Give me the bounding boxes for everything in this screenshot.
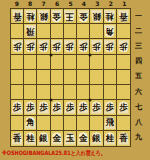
cell-1-8[interactable] xyxy=(117,116,130,131)
cell-6-4[interactable] xyxy=(51,55,64,70)
shogi-piece-歩-sente[interactable]: 歩 xyxy=(118,101,129,114)
cell-7-9[interactable]: 銀 xyxy=(37,131,50,146)
cell-4-1[interactable]: 金 xyxy=(77,9,90,24)
shogi-piece-歩-gote[interactable]: 歩 xyxy=(64,40,75,53)
cell-3-6[interactable] xyxy=(90,85,103,100)
file-label-5: 5 xyxy=(64,0,77,8)
cell-2-4[interactable] xyxy=(104,55,117,70)
shogi-piece-金-sente[interactable]: 金 xyxy=(78,132,89,145)
shogi-piece-金-sente[interactable]: 金 xyxy=(51,132,62,145)
cell-4-4[interactable] xyxy=(77,55,90,70)
rank-label-7: 七 xyxy=(131,99,146,114)
shogi-piece-桂-gote[interactable]: 桂 xyxy=(25,10,36,23)
cell-3-7[interactable]: 歩 xyxy=(90,100,103,115)
cell-9-9[interactable]: 香 xyxy=(11,131,24,146)
cell-2-9[interactable]: 桂 xyxy=(104,131,117,146)
file-label-7: 7 xyxy=(37,0,50,8)
cell-5-1[interactable]: 王 xyxy=(64,9,77,24)
cell-4-9[interactable]: 金 xyxy=(77,131,90,146)
shogi-piece-歩-gote[interactable]: 歩 xyxy=(38,40,49,53)
shogi-piece-歩-sente[interactable]: 歩 xyxy=(12,101,23,114)
cell-7-8[interactable] xyxy=(37,116,50,131)
shogi-piece-角-sente[interactable]: 角 xyxy=(25,116,36,129)
shogi-piece-香-gote[interactable]: 香 xyxy=(118,10,129,23)
cell-4-5[interactable] xyxy=(77,70,90,85)
cell-6-7[interactable]: 歩 xyxy=(51,100,64,115)
rank-label-5: 五 xyxy=(131,69,146,84)
cell-5-8[interactable] xyxy=(64,116,77,131)
cell-5-5[interactable] xyxy=(64,70,77,85)
shogi-piece-桂-sente[interactable]: 桂 xyxy=(25,132,36,145)
rank-label-9: 九 xyxy=(131,130,146,145)
cell-4-7[interactable]: 歩 xyxy=(77,100,90,115)
cell-3-9[interactable]: 銀 xyxy=(90,131,103,146)
cell-3-2[interactable] xyxy=(90,24,103,39)
shogi-piece-歩-gote[interactable]: 歩 xyxy=(104,40,115,53)
cell-9-1[interactable]: 香 xyxy=(11,9,24,24)
rank-label-3: 三 xyxy=(131,38,146,53)
shogi-piece-歩-gote[interactable]: 歩 xyxy=(25,40,36,53)
cell-3-3[interactable]: 歩 xyxy=(90,39,103,54)
shogi-piece-歩-sente[interactable]: 歩 xyxy=(91,101,102,114)
rank-label-1: 一 xyxy=(131,8,146,23)
cell-7-7[interactable]: 歩 xyxy=(37,100,50,115)
rank-label-2: 二 xyxy=(131,23,146,38)
file-label-3: 3 xyxy=(91,0,104,8)
cell-8-7[interactable]: 歩 xyxy=(24,100,37,115)
cell-4-3[interactable]: 歩 xyxy=(77,39,90,54)
shogi-piece-歩-gote[interactable]: 歩 xyxy=(12,40,23,53)
cell-8-2[interactable]: 飛 xyxy=(24,24,37,39)
file-label-2: 2 xyxy=(104,0,117,8)
cell-8-9[interactable]: 桂 xyxy=(24,131,37,146)
cell-6-8[interactable] xyxy=(51,116,64,131)
shogi-piece-香-sente[interactable]: 香 xyxy=(118,132,129,145)
cell-9-3[interactable]: 歩 xyxy=(11,39,24,54)
shogi-piece-角-gote[interactable]: 角 xyxy=(104,25,115,38)
cell-1-4[interactable] xyxy=(117,55,130,70)
cell-9-2[interactable] xyxy=(11,24,24,39)
cell-1-6[interactable] xyxy=(117,85,130,100)
cell-5-7[interactable]: 歩 xyxy=(64,100,77,115)
cell-4-2[interactable] xyxy=(77,24,90,39)
cell-8-4[interactable] xyxy=(24,55,37,70)
shogi-piece-香-gote[interactable]: 香 xyxy=(12,10,23,23)
cell-8-5[interactable] xyxy=(24,70,37,85)
cell-6-3[interactable]: 歩 xyxy=(51,39,64,54)
position-caption: ※OSHOGIBANGALA25.81と入れ替えろ。 xyxy=(2,149,122,157)
cell-7-2[interactable] xyxy=(37,24,50,39)
cell-6-5[interactable] xyxy=(51,70,64,85)
shogi-piece-王-gote[interactable]: 王 xyxy=(64,10,75,23)
shogi-piece-歩-sente[interactable]: 歩 xyxy=(104,101,115,114)
cell-5-2[interactable] xyxy=(64,24,77,39)
shogi-piece-歩-sente[interactable]: 歩 xyxy=(51,101,62,114)
shogi-piece-香-sente[interactable]: 香 xyxy=(12,132,23,145)
cell-1-1[interactable]: 香 xyxy=(117,9,130,24)
cell-9-7[interactable]: 歩 xyxy=(11,100,24,115)
cell-6-9[interactable]: 金 xyxy=(51,131,64,146)
cell-1-7[interactable]: 歩 xyxy=(117,100,130,115)
cell-7-5[interactable] xyxy=(37,70,50,85)
shogi-piece-銀-sente[interactable]: 銀 xyxy=(91,132,102,145)
cell-6-6[interactable] xyxy=(51,85,64,100)
file-labels: 987654321 xyxy=(10,0,131,8)
file-label-8: 8 xyxy=(23,0,36,8)
cell-5-9[interactable]: 玉 xyxy=(64,131,77,146)
shogi-piece-歩-sente[interactable]: 歩 xyxy=(64,101,75,114)
file-label-6: 6 xyxy=(50,0,63,8)
cell-2-7[interactable]: 歩 xyxy=(104,100,117,115)
rank-labels: 一二三四五六七八九 xyxy=(131,8,146,145)
cell-3-8[interactable] xyxy=(90,116,103,131)
cell-4-8[interactable] xyxy=(77,116,90,131)
cell-8-1[interactable]: 桂 xyxy=(24,9,37,24)
cell-8-6[interactable] xyxy=(24,85,37,100)
shogi-piece-歩-sente[interactable]: 歩 xyxy=(25,101,36,114)
rank-label-8: 八 xyxy=(131,115,146,130)
cell-9-8[interactable] xyxy=(11,116,24,131)
cell-5-6[interactable] xyxy=(64,85,77,100)
cell-4-6[interactable] xyxy=(77,85,90,100)
shogi-diagram: 987654321 香桂銀金王金銀桂香飛角歩歩歩歩歩歩歩歩歩歩歩歩歩歩歩歩歩歩角… xyxy=(0,0,150,160)
cell-2-8[interactable]: 飛 xyxy=(104,116,117,131)
cell-6-2[interactable] xyxy=(51,24,64,39)
shogi-piece-歩-gote[interactable]: 歩 xyxy=(118,40,129,53)
shogi-piece-歩-sente[interactable]: 歩 xyxy=(78,101,89,114)
cell-1-9[interactable]: 香 xyxy=(117,131,130,146)
shogi-piece-歩-sente[interactable]: 歩 xyxy=(38,101,49,114)
cell-7-1[interactable]: 銀 xyxy=(37,9,50,24)
shogi-piece-金-gote[interactable]: 金 xyxy=(78,10,89,23)
cell-6-1[interactable]: 金 xyxy=(51,9,64,24)
cell-5-3[interactable]: 歩 xyxy=(64,39,77,54)
cell-2-6[interactable] xyxy=(104,85,117,100)
cell-8-3[interactable]: 歩 xyxy=(24,39,37,54)
cell-3-1[interactable]: 銀 xyxy=(90,9,103,24)
shogi-piece-歩-gote[interactable]: 歩 xyxy=(78,40,89,53)
shogi-piece-飛-gote[interactable]: 飛 xyxy=(25,25,36,38)
cell-7-3[interactable]: 歩 xyxy=(37,39,50,54)
shogi-piece-金-gote[interactable]: 金 xyxy=(51,10,62,23)
file-label-9: 9 xyxy=(10,0,23,8)
cell-3-4[interactable] xyxy=(90,55,103,70)
shogi-piece-歩-gote[interactable]: 歩 xyxy=(91,40,102,53)
file-label-1: 1 xyxy=(118,0,131,8)
cell-7-4[interactable] xyxy=(37,55,50,70)
shogi-piece-飛-sente[interactable]: 飛 xyxy=(104,116,115,129)
cell-1-3[interactable]: 歩 xyxy=(117,39,130,54)
cell-9-5[interactable] xyxy=(11,70,24,85)
cell-2-1[interactable]: 桂 xyxy=(104,9,117,24)
rank-label-6: 六 xyxy=(131,84,146,99)
shogi-piece-玉-sente[interactable]: 玉 xyxy=(64,132,75,145)
shogi-piece-桂-gote[interactable]: 桂 xyxy=(104,10,115,23)
shogi-piece-歩-gote[interactable]: 歩 xyxy=(51,40,62,53)
cell-1-2[interactable] xyxy=(117,24,130,39)
cell-7-6[interactable] xyxy=(37,85,50,100)
cell-5-4[interactable] xyxy=(64,55,77,70)
file-label-4: 4 xyxy=(77,0,90,8)
shogi-board[interactable]: 香桂銀金王金銀桂香飛角歩歩歩歩歩歩歩歩歩歩歩歩歩歩歩歩歩歩角飛香桂銀金玉金銀桂香 xyxy=(10,8,131,147)
shogi-piece-銀-gote[interactable]: 銀 xyxy=(38,10,49,23)
shogi-piece-銀-sente[interactable]: 銀 xyxy=(38,132,49,145)
cell-9-6[interactable] xyxy=(11,85,24,100)
rank-label-4: 四 xyxy=(131,54,146,69)
cell-9-4[interactable] xyxy=(11,55,24,70)
cell-2-5[interactable] xyxy=(104,70,117,85)
cell-1-5[interactable] xyxy=(117,70,130,85)
shogi-piece-銀-gote[interactable]: 銀 xyxy=(91,10,102,23)
cell-3-5[interactable] xyxy=(90,70,103,85)
cell-2-2[interactable]: 角 xyxy=(104,24,117,39)
cell-2-3[interactable]: 歩 xyxy=(104,39,117,54)
shogi-piece-桂-sente[interactable]: 桂 xyxy=(104,132,115,145)
cell-8-8[interactable]: 角 xyxy=(24,116,37,131)
